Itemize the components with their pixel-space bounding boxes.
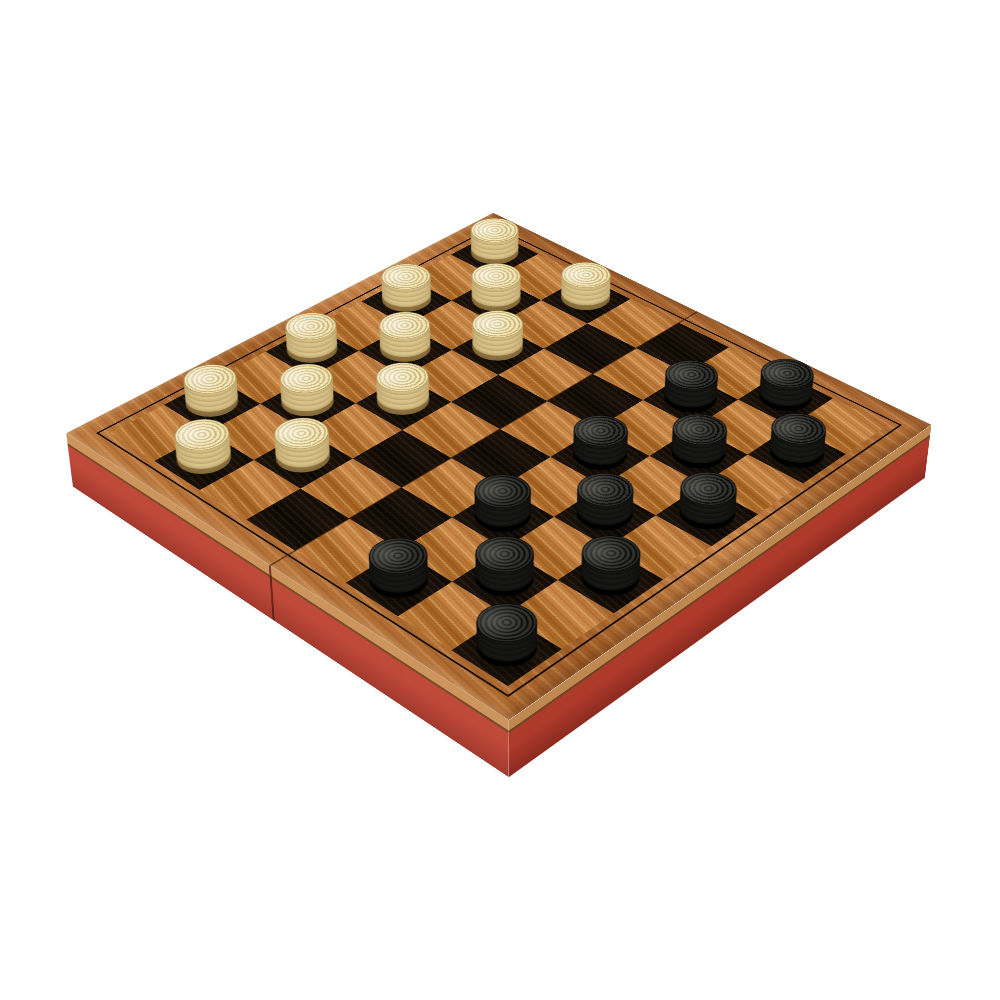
checkers-board — [66, 213, 931, 720]
dark-checker-e1[interactable] — [668, 491, 747, 538]
dark-checker-g1[interactable] — [759, 432, 835, 476]
photo-scene — [0, 0, 1000, 1000]
square-c5[interactable] — [352, 430, 451, 488]
dark-checker-f2[interactable] — [660, 433, 736, 477]
square-a5[interactable] — [247, 489, 350, 551]
